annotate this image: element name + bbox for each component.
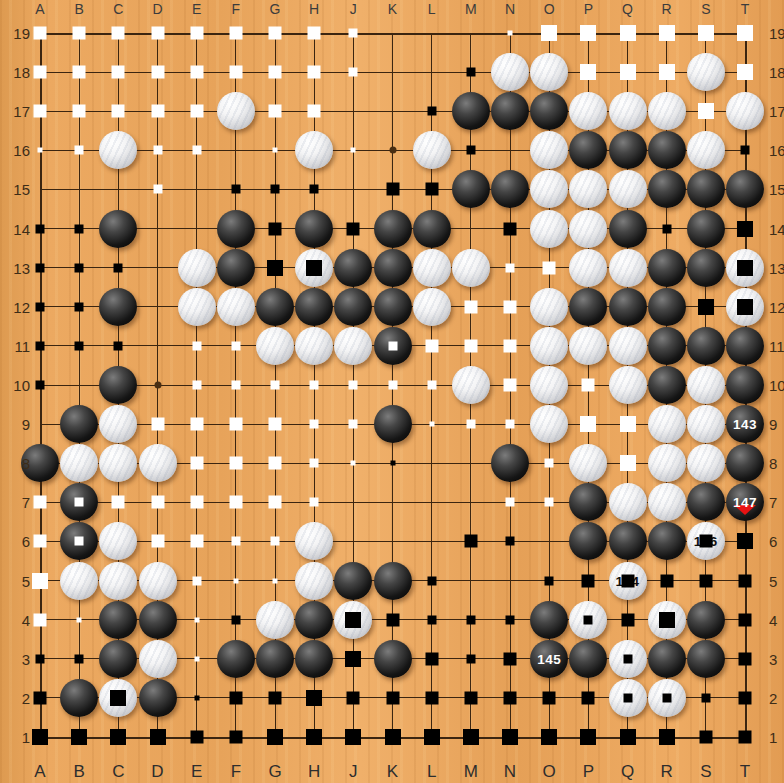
- row-label-right-10: 10: [769, 377, 784, 394]
- column-label-bottom-O: O: [543, 762, 556, 782]
- row-label-left-5: 5: [2, 572, 30, 589]
- row-label-left-7: 7: [2, 494, 30, 511]
- row-label-left-17: 17: [2, 103, 30, 120]
- column-label-top-R: R: [662, 1, 672, 17]
- column-label-top-T: T: [741, 1, 750, 17]
- column-label-top-S: S: [701, 1, 710, 17]
- coordinate-labels: AABBCCDDEEFFGGHHJJKKLLMMNNOOPPQQRRSSTT19…: [0, 0, 784, 783]
- row-label-right-3: 3: [769, 650, 784, 667]
- row-label-left-3: 3: [2, 650, 30, 667]
- column-label-bottom-J: J: [349, 762, 358, 782]
- column-label-top-D: D: [152, 1, 162, 17]
- row-label-left-19: 19: [2, 25, 30, 42]
- column-label-top-O: O: [544, 1, 555, 17]
- column-label-top-G: G: [270, 1, 281, 17]
- column-label-bottom-Q: Q: [621, 762, 634, 782]
- row-label-left-1: 1: [2, 729, 30, 746]
- column-label-bottom-B: B: [73, 762, 84, 782]
- row-label-right-13: 13: [769, 259, 784, 276]
- row-label-right-12: 12: [769, 298, 784, 315]
- column-label-top-H: H: [309, 1, 319, 17]
- column-label-top-E: E: [192, 1, 201, 17]
- row-label-left-10: 10: [2, 377, 30, 394]
- row-label-left-8: 8: [2, 455, 30, 472]
- row-label-right-8: 8: [769, 455, 784, 472]
- column-label-bottom-F: F: [231, 762, 241, 782]
- row-label-left-15: 15: [2, 181, 30, 198]
- column-label-top-N: N: [505, 1, 515, 17]
- row-label-left-6: 6: [2, 533, 30, 550]
- column-label-top-C: C: [113, 1, 123, 17]
- row-label-left-12: 12: [2, 298, 30, 315]
- row-label-right-18: 18: [769, 64, 784, 81]
- column-label-bottom-P: P: [583, 762, 594, 782]
- column-label-bottom-R: R: [661, 762, 673, 782]
- row-label-right-4: 4: [769, 611, 784, 628]
- row-label-left-14: 14: [2, 220, 30, 237]
- column-label-bottom-D: D: [151, 762, 163, 782]
- column-label-bottom-L: L: [427, 762, 436, 782]
- row-label-right-6: 6: [769, 533, 784, 550]
- row-label-right-16: 16: [769, 142, 784, 159]
- row-label-left-4: 4: [2, 611, 30, 628]
- row-label-right-14: 14: [769, 220, 784, 237]
- column-label-bottom-C: C: [112, 762, 124, 782]
- column-label-bottom-M: M: [464, 762, 478, 782]
- column-label-top-P: P: [584, 1, 593, 17]
- row-label-left-18: 18: [2, 64, 30, 81]
- row-label-right-7: 7: [769, 494, 784, 511]
- row-label-left-11: 11: [2, 337, 30, 354]
- column-label-bottom-N: N: [504, 762, 516, 782]
- column-label-top-J: J: [350, 1, 357, 17]
- column-label-bottom-A: A: [34, 762, 45, 782]
- column-label-bottom-G: G: [268, 762, 281, 782]
- column-label-bottom-E: E: [191, 762, 202, 782]
- column-label-top-F: F: [232, 1, 241, 17]
- row-label-right-19: 19: [769, 25, 784, 42]
- column-label-bottom-S: S: [700, 762, 711, 782]
- row-label-right-1: 1: [769, 729, 784, 746]
- column-label-bottom-K: K: [387, 762, 398, 782]
- row-label-left-9: 9: [2, 416, 30, 433]
- column-label-top-L: L: [428, 1, 436, 17]
- row-label-left-2: 2: [2, 689, 30, 706]
- column-label-top-K: K: [388, 1, 397, 17]
- row-label-right-15: 15: [769, 181, 784, 198]
- column-label-top-A: A: [35, 1, 44, 17]
- row-label-right-9: 9: [769, 416, 784, 433]
- column-label-bottom-T: T: [740, 762, 750, 782]
- row-label-right-11: 11: [769, 337, 784, 354]
- column-label-top-B: B: [74, 1, 83, 17]
- column-label-top-M: M: [465, 1, 477, 17]
- row-label-right-2: 2: [769, 689, 784, 706]
- column-label-bottom-H: H: [308, 762, 320, 782]
- row-label-left-13: 13: [2, 259, 30, 276]
- row-label-left-16: 16: [2, 142, 30, 159]
- column-label-top-Q: Q: [622, 1, 633, 17]
- row-label-right-5: 5: [769, 572, 784, 589]
- row-label-right-17: 17: [769, 103, 784, 120]
- go-app-window: 143147146144145 AABBCCDDEEFFGGHHJJKKLLMM…: [0, 0, 784, 783]
